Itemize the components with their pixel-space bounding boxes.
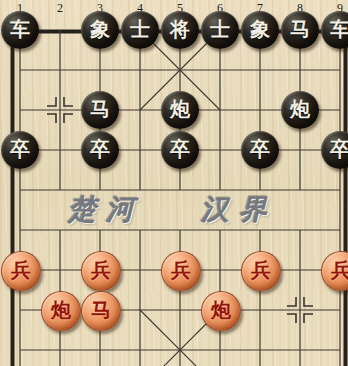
black-elephant-glyph: 象	[90, 19, 110, 39]
xiangqi-board[interactable]: 楚河 汉界 123456789车象士将士象马车马炮炮卒卒卒卒卒兵兵兵兵兵炮马炮	[0, 0, 348, 366]
black-elephant[interactable]: 象	[81, 11, 119, 49]
black-horse-glyph: 马	[290, 19, 310, 39]
black-advisor-glyph: 士	[130, 19, 150, 39]
red-cannon[interactable]: 炮	[201, 291, 241, 331]
black-chariot-glyph: 车	[10, 19, 30, 39]
black-elephant-glyph: 象	[250, 19, 270, 39]
black-soldier-glyph: 卒	[10, 139, 30, 159]
red-cannon-glyph: 炮	[51, 300, 71, 320]
red-soldier[interactable]: 兵	[241, 251, 281, 291]
black-chariot[interactable]: 车	[1, 11, 39, 49]
red-horse[interactable]: 马	[81, 291, 121, 331]
black-general[interactable]: 将	[161, 11, 199, 49]
black-horse[interactable]: 马	[81, 91, 119, 129]
red-soldier-glyph: 兵	[251, 260, 271, 280]
river-text-right: 汉界	[201, 192, 277, 228]
black-cannon[interactable]: 炮	[281, 91, 319, 129]
red-horse-glyph: 马	[91, 300, 111, 320]
black-advisor[interactable]: 士	[201, 11, 239, 49]
red-soldier[interactable]: 兵	[1, 251, 41, 291]
black-chariot-glyph: 车	[330, 19, 348, 39]
black-elephant[interactable]: 象	[241, 11, 279, 49]
black-soldier[interactable]: 卒	[81, 131, 119, 169]
black-soldier[interactable]: 卒	[1, 131, 39, 169]
river-text-left: 楚河	[68, 192, 144, 228]
red-soldier-glyph: 兵	[91, 260, 111, 280]
black-cannon-glyph: 炮	[170, 99, 190, 119]
point-marker-c2r2	[45, 95, 75, 125]
black-soldier[interactable]: 卒	[241, 131, 279, 169]
black-general-glyph: 将	[170, 19, 190, 39]
black-horse[interactable]: 马	[281, 11, 319, 49]
black-advisor-glyph: 士	[210, 19, 230, 39]
column-label-2: 2	[53, 1, 67, 16]
red-cannon[interactable]: 炮	[41, 291, 81, 331]
red-soldier-glyph: 兵	[171, 260, 191, 280]
black-soldier-glyph: 卒	[170, 139, 190, 159]
red-cannon-glyph: 炮	[211, 300, 231, 320]
black-soldier[interactable]: 卒	[161, 131, 199, 169]
red-soldier-glyph: 兵	[331, 260, 348, 280]
black-horse-glyph: 马	[90, 99, 110, 119]
red-soldier[interactable]: 兵	[81, 251, 121, 291]
black-cannon-glyph: 炮	[290, 99, 310, 119]
black-soldier-glyph: 卒	[250, 139, 270, 159]
red-soldier-glyph: 兵	[11, 260, 31, 280]
black-soldier-glyph: 卒	[330, 139, 348, 159]
black-advisor[interactable]: 士	[121, 11, 159, 49]
black-soldier-glyph: 卒	[90, 139, 110, 159]
red-soldier[interactable]: 兵	[161, 251, 201, 291]
point-marker-c8r7	[285, 295, 315, 325]
black-cannon[interactable]: 炮	[161, 91, 199, 129]
